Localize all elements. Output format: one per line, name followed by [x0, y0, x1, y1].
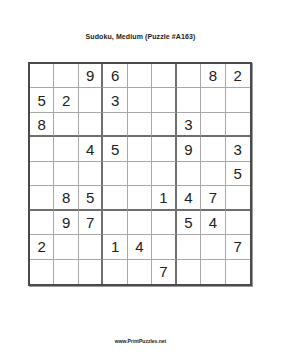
cell-r7c4: [103, 211, 127, 235]
cell-r1c4: 6: [103, 64, 127, 88]
cell-r2c2: 2: [54, 88, 78, 112]
cell-r4c2: [54, 137, 78, 161]
cell-r7c8: 4: [201, 211, 225, 235]
cell-r4c8: [201, 137, 225, 161]
cell-r8c2: [54, 235, 78, 259]
cell-r4c7: 9: [177, 137, 201, 161]
cell-r9c9: [226, 260, 250, 284]
cell-r6c3: 5: [79, 186, 103, 210]
cell-r9c7: [177, 260, 201, 284]
cell-r2c1: 5: [30, 88, 54, 112]
cell-r2c5: [128, 88, 152, 112]
cell-r8c6: [152, 235, 176, 259]
cell-r3c7: 3: [177, 113, 201, 137]
cell-r3c2: [54, 113, 78, 137]
cell-r2c8: [201, 88, 225, 112]
puzzle-title: Sudoku, Medium (Puzzle #A163): [0, 33, 281, 40]
cell-r6c6: 1: [152, 186, 176, 210]
cell-r5c8: [201, 162, 225, 186]
cell-r9c6: 7: [152, 260, 176, 284]
cell-r3c9: [226, 113, 250, 137]
cell-r1c5: [128, 64, 152, 88]
cell-r3c4: [103, 113, 127, 137]
cell-r8c8: [201, 235, 225, 259]
cell-r5c7: [177, 162, 201, 186]
cell-r4c3: 4: [79, 137, 103, 161]
cell-r6c5: [128, 186, 152, 210]
cell-r6c8: 7: [201, 186, 225, 210]
cell-r8c9: 7: [226, 235, 250, 259]
cell-r8c5: 4: [128, 235, 152, 259]
cell-r7c1: [30, 211, 54, 235]
cell-r5c5: [128, 162, 152, 186]
cell-r4c4: 5: [103, 137, 127, 161]
cell-r2c7: [177, 88, 201, 112]
cell-r8c7: [177, 235, 201, 259]
cell-r5c4: [103, 162, 127, 186]
cell-r7c7: 5: [177, 211, 201, 235]
cell-r9c4: [103, 260, 127, 284]
cell-r6c9: [226, 186, 250, 210]
cell-r5c3: [79, 162, 103, 186]
cell-r7c9: [226, 211, 250, 235]
cell-r3c5: [128, 113, 152, 137]
cell-r8c4: 1: [103, 235, 127, 259]
source-url-text: www.PrintPuzzles.net: [0, 338, 281, 344]
cell-r8c3: [79, 235, 103, 259]
cell-r5c2: [54, 162, 78, 186]
cell-r2c3: [79, 88, 103, 112]
cell-r8c1: 2: [30, 235, 54, 259]
cell-r3c6: [152, 113, 176, 137]
cell-r1c8: 8: [201, 64, 225, 88]
sudoku-board: 9682523834593585147975421477: [28, 62, 252, 286]
cell-r1c2: [54, 64, 78, 88]
cell-r6c2: 8: [54, 186, 78, 210]
cell-r5c9: 5: [226, 162, 250, 186]
cell-r6c1: [30, 186, 54, 210]
cell-r5c6: [152, 162, 176, 186]
cell-r9c8: [201, 260, 225, 284]
cell-r2c4: 3: [103, 88, 127, 112]
cell-r6c7: 4: [177, 186, 201, 210]
cell-r4c6: [152, 137, 176, 161]
cell-r9c1: [30, 260, 54, 284]
cell-r7c3: 7: [79, 211, 103, 235]
cell-r2c6: [152, 88, 176, 112]
cell-r1c3: 9: [79, 64, 103, 88]
cell-r1c1: [30, 64, 54, 88]
cell-r4c1: [30, 137, 54, 161]
cell-r7c2: 9: [54, 211, 78, 235]
cell-r6c4: [103, 186, 127, 210]
cell-r2c9: [226, 88, 250, 112]
cell-r1c7: [177, 64, 201, 88]
cell-r1c9: 2: [226, 64, 250, 88]
cell-r3c1: 8: [30, 113, 54, 137]
cell-r9c2: [54, 260, 78, 284]
cell-r5c1: [30, 162, 54, 186]
cell-r7c6: [152, 211, 176, 235]
cell-r1c6: [152, 64, 176, 88]
cell-r4c5: [128, 137, 152, 161]
cell-r3c3: [79, 113, 103, 137]
cell-r7c5: [128, 211, 152, 235]
cell-r3c8: [201, 113, 225, 137]
cell-r9c3: [79, 260, 103, 284]
cell-r4c9: 3: [226, 137, 250, 161]
cell-r9c5: [128, 260, 152, 284]
